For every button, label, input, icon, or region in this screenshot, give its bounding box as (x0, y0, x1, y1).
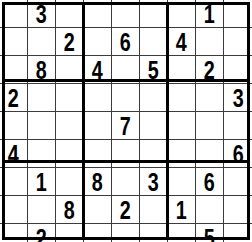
cell-r7c9[interactable] (224, 168, 252, 196)
given-digit: 2 (204, 56, 215, 83)
cell-r7c5[interactable] (112, 168, 140, 196)
cell-r4c9[interactable]: 3 (224, 84, 252, 112)
given-digit: 5 (204, 224, 215, 242)
sudoku-board: 31264845223746183682125 (0, 0, 252, 242)
cell-r6c6[interactable] (140, 140, 168, 168)
given-digit: 1 (36, 168, 47, 195)
cell-r9c9[interactable] (224, 224, 252, 242)
cell-r5c8[interactable] (196, 112, 224, 140)
cell-r3c9[interactable] (224, 56, 252, 84)
cell-r8c5[interactable]: 2 (112, 196, 140, 224)
given-digit: 2 (36, 224, 47, 242)
cell-r9c6[interactable] (140, 224, 168, 242)
cell-r9c3[interactable] (56, 224, 84, 242)
cell-r2c5[interactable]: 6 (112, 28, 140, 56)
cell-r8c9[interactable] (224, 196, 252, 224)
cell-r8c1[interactable] (0, 196, 28, 224)
given-digit: 8 (64, 196, 75, 223)
cell-r2c2[interactable] (28, 28, 56, 56)
cell-r2c6[interactable] (140, 28, 168, 56)
cell-r6c8[interactable] (196, 140, 224, 168)
given-digit: 2 (8, 84, 19, 111)
cell-r5c7[interactable] (168, 112, 196, 140)
cell-r2c9[interactable] (224, 28, 252, 56)
cell-r3c5[interactable] (112, 56, 140, 84)
cell-r7c8[interactable]: 6 (196, 168, 224, 196)
cell-r3c8[interactable]: 2 (196, 56, 224, 84)
cell-r9c4[interactable] (84, 224, 112, 242)
cell-r8c3[interactable]: 8 (56, 196, 84, 224)
cell-r6c3[interactable] (56, 140, 84, 168)
cell-r3c4[interactable]: 4 (84, 56, 112, 84)
given-digit: 6 (204, 168, 215, 195)
cell-r4c1[interactable]: 2 (0, 84, 28, 112)
cell-r7c4[interactable]: 8 (84, 168, 112, 196)
cell-r7c6[interactable]: 3 (140, 168, 168, 196)
cell-r4c7[interactable] (168, 84, 196, 112)
cell-r8c6[interactable] (140, 196, 168, 224)
cell-r5c9[interactable] (224, 112, 252, 140)
cell-r5c4[interactable] (84, 112, 112, 140)
given-digit: 6 (120, 28, 131, 55)
given-digit: 4 (176, 28, 187, 55)
cell-r9c8[interactable]: 5 (196, 224, 224, 242)
cell-r6c1[interactable]: 4 (0, 140, 28, 168)
cell-r8c2[interactable] (28, 196, 56, 224)
cell-r2c1[interactable] (0, 28, 28, 56)
given-digit: 1 (176, 196, 187, 223)
cell-r5c1[interactable] (0, 112, 28, 140)
given-digit: 7 (120, 112, 131, 139)
cell-r7c3[interactable] (56, 168, 84, 196)
cell-r1c4[interactable] (84, 0, 112, 28)
cell-r3c1[interactable] (0, 56, 28, 84)
cell-r8c4[interactable] (84, 196, 112, 224)
given-digit: 1 (204, 0, 215, 27)
given-digit: 2 (64, 28, 75, 55)
cell-r7c1[interactable] (0, 168, 28, 196)
cell-r7c2[interactable]: 1 (28, 168, 56, 196)
cell-r6c9[interactable]: 6 (224, 140, 252, 168)
given-digit: 5 (148, 56, 159, 83)
cell-r9c5[interactable] (112, 224, 140, 242)
cell-r1c3[interactable] (56, 0, 84, 28)
cell-r1c2[interactable]: 3 (28, 0, 56, 28)
cell-r1c8[interactable]: 1 (196, 0, 224, 28)
cell-r6c5[interactable] (112, 140, 140, 168)
cell-r7c7[interactable] (168, 168, 196, 196)
given-digit: 3 (148, 168, 159, 195)
cell-r6c4[interactable] (84, 140, 112, 168)
cell-r2c7[interactable]: 4 (168, 28, 196, 56)
cell-r3c7[interactable] (168, 56, 196, 84)
cell-r1c6[interactable] (140, 0, 168, 28)
cell-r5c2[interactable] (28, 112, 56, 140)
given-digit: 8 (92, 168, 103, 195)
cell-r5c3[interactable] (56, 112, 84, 140)
cell-r6c7[interactable] (168, 140, 196, 168)
sudoku-grid: 31264845223746183682125 (0, 0, 252, 242)
cell-r5c5[interactable]: 7 (112, 112, 140, 140)
cell-r1c9[interactable] (224, 0, 252, 28)
cell-r3c2[interactable]: 8 (28, 56, 56, 84)
cell-r9c1[interactable] (0, 224, 28, 242)
cell-r4c5[interactable] (112, 84, 140, 112)
cell-r1c5[interactable] (112, 0, 140, 28)
cell-r4c2[interactable] (28, 84, 56, 112)
given-digit: 4 (92, 56, 103, 83)
cell-r4c4[interactable] (84, 84, 112, 112)
cell-r1c1[interactable] (0, 0, 28, 28)
given-digit: 3 (233, 84, 244, 111)
cell-r6c2[interactable] (28, 140, 56, 168)
cell-r5c6[interactable] (140, 112, 168, 140)
cell-r4c6[interactable] (140, 84, 168, 112)
cell-r1c7[interactable] (168, 0, 196, 28)
cell-r2c4[interactable] (84, 28, 112, 56)
given-digit: 4 (8, 140, 19, 167)
cell-r4c3[interactable] (56, 84, 84, 112)
cell-r8c7[interactable]: 1 (168, 196, 196, 224)
cell-r8c8[interactable] (196, 196, 224, 224)
cell-r3c6[interactable]: 5 (140, 56, 168, 84)
cell-r3c3[interactable] (56, 56, 84, 84)
given-digit: 3 (36, 0, 47, 27)
cell-r9c2[interactable]: 2 (28, 224, 56, 242)
cell-r9c7[interactable] (168, 224, 196, 242)
cell-r2c8[interactable] (196, 28, 224, 56)
given-digit: 2 (120, 196, 131, 223)
cell-r4c8[interactable] (196, 84, 224, 112)
given-digit: 8 (36, 56, 47, 83)
cell-r2c3[interactable]: 2 (56, 28, 84, 56)
given-digit: 6 (233, 140, 244, 167)
